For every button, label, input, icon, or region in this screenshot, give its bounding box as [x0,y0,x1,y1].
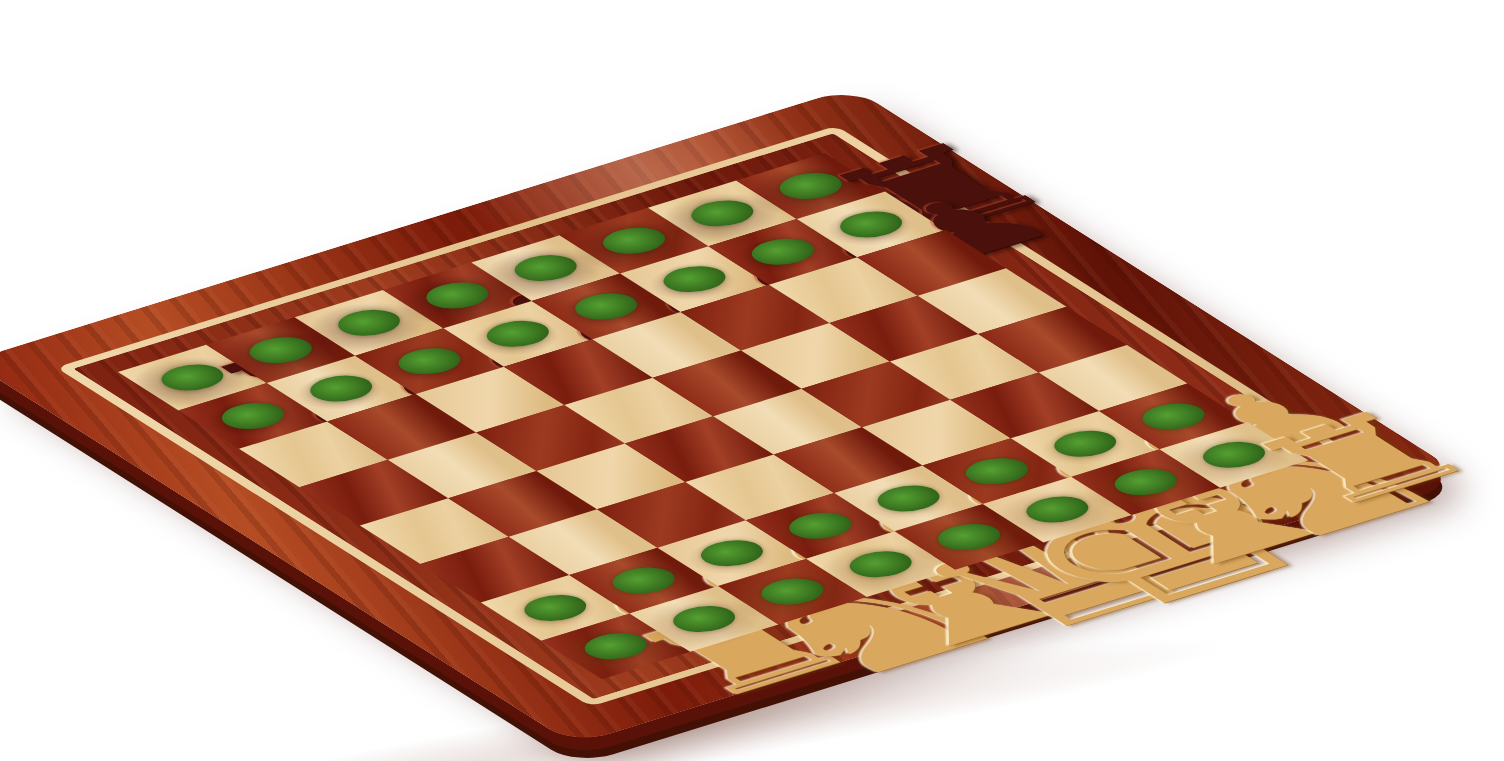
photo-scene: ♜♞♝♛♚♝♞♜♟♟♟♟♟♟♟♟♟♟♟♟♟♟♟♟♜♞♝♛♚♝♞♜ [0,0,1504,761]
chessboard: ♜♞♝♛♚♝♞♜♟♟♟♟♟♟♟♟♟♟♟♟♟♟♟♟♜♞♝♛♚♝♞♜ [118,153,1308,679]
playing-field: ♜♞♝♛♚♝♞♜♟♟♟♟♟♟♟♟♟♟♟♟♟♟♟♟♜♞♝♛♚♝♞♜ [118,153,1308,679]
